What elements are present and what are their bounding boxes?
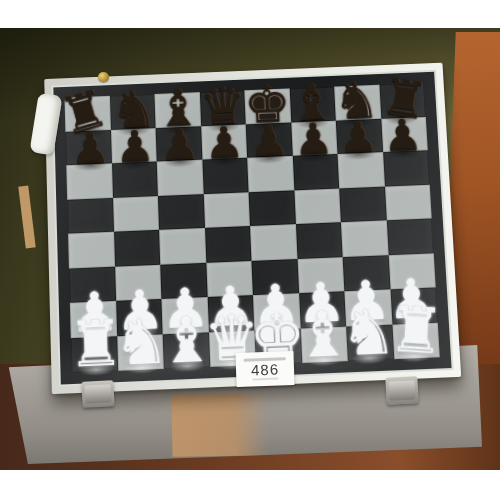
- piece-black-rook-h8: ♜: [378, 85, 424, 120]
- pieces-layer: ♜♞♝♛♚♝♞♜♟♟♟♟♟♟♟♟♟♟♟♟♟♟♟♟♜♞♝♛♚♝♞♜: [67, 85, 438, 371]
- piece-black-bishop-f8: ♝: [289, 89, 335, 124]
- piece-white-pawn-g2: ♟: [343, 288, 390, 324]
- lot-label: 486: [235, 351, 294, 387]
- bottom-white-strip: [0, 470, 500, 500]
- piece-white-pawn-b2: ♟: [117, 298, 163, 334]
- box-latch-left: [81, 380, 114, 408]
- piece-white-knight-g1: ♞: [345, 323, 392, 359]
- box-latch-right: [385, 376, 418, 405]
- piece-white-pawn-a2: ♟: [72, 300, 118, 336]
- piece-white-bishop-c1: ♝: [164, 330, 211, 366]
- photo-stage: ♜♞♝♛♚♝♞♜♟♟♟♟♟♟♟♟♟♟♟♟♟♟♟♟♜♞♝♛♚♝♞♜ 486: [0, 0, 500, 500]
- piece-white-pawn-d2: ♟: [208, 294, 255, 330]
- top-white-strip: [0, 0, 500, 28]
- piece-black-bishop-c8: ♝: [155, 94, 201, 129]
- lot-label-small-print-2: [252, 378, 279, 381]
- piece-black-pawn-h7: ♟: [379, 118, 425, 153]
- piece-white-knight-b1: ♞: [118, 332, 165, 369]
- piece-black-pawn-b7: ♟: [112, 129, 158, 164]
- piece-black-king-e8: ♚: [244, 90, 290, 125]
- piece-black-pawn-e7: ♟: [246, 124, 292, 159]
- piece-black-pawn-a7: ♟: [67, 131, 113, 166]
- piece-black-pawn-f7: ♟: [290, 122, 336, 157]
- chess-board: ♜♞♝♛♚♝♞♜♟♟♟♟♟♟♟♟♟♟♟♟♟♟♟♟♜♞♝♛♚♝♞♜: [44, 63, 461, 394]
- lot-number: 486: [251, 362, 280, 378]
- piece-white-rook-h1: ♜: [390, 321, 437, 357]
- piece-black-pawn-d7: ♟: [201, 125, 247, 160]
- piece-white-pawn-e2: ♟: [253, 292, 300, 328]
- piece-black-rook-a8: ♜: [67, 98, 112, 133]
- piece-white-rook-a1: ♜: [73, 334, 119, 371]
- piece-black-knight-b8: ♞: [111, 96, 157, 131]
- photo: ♜♞♝♛♚♝♞♜♟♟♟♟♟♟♟♟♟♟♟♟♟♟♟♟♜♞♝♛♚♝♞♜ 486: [0, 28, 500, 470]
- piece-black-queen-d8: ♛: [200, 92, 246, 127]
- piece-black-pawn-c7: ♟: [157, 127, 203, 162]
- brass-hinge-icon: [98, 72, 109, 82]
- piece-white-pawn-c2: ♟: [162, 296, 209, 332]
- piece-white-pawn-h2: ♟: [388, 286, 435, 322]
- box-tan-patch: [171, 393, 268, 457]
- piece-white-pawn-f2: ♟: [298, 290, 345, 326]
- piece-black-knight-g8: ♞: [333, 87, 379, 122]
- piece-white-bishop-f1: ♝: [300, 325, 347, 361]
- piece-black-pawn-g7: ♟: [335, 120, 381, 155]
- board-dark-border: ♜♞♝♛♚♝♞♜♟♟♟♟♟♟♟♟♟♟♟♟♟♟♟♟♜♞♝♛♚♝♞♜: [51, 70, 453, 387]
